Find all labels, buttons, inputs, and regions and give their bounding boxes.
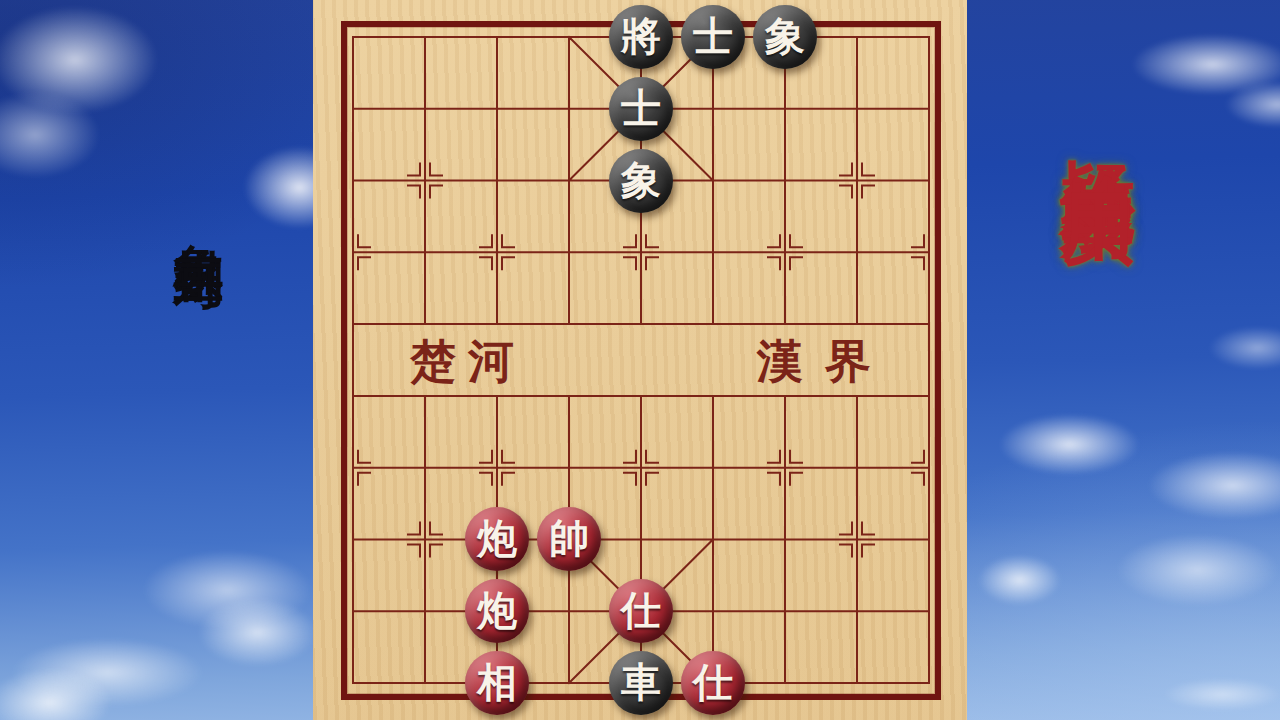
cloud xyxy=(962,545,1077,615)
piece-black-elephant[interactable]: 象 xyxy=(753,5,817,69)
piece-black-advisor[interactable]: 士 xyxy=(609,77,673,141)
piece-glyph: 仕 xyxy=(621,591,661,631)
piece-glyph: 仕 xyxy=(693,663,733,703)
board-panel: 楚河 漢界 將士象士象炮帥炮仕相車仕 xyxy=(313,0,967,720)
piece-black-chariot[interactable]: 車 xyxy=(609,651,673,715)
piece-red-cannon[interactable]: 炮 xyxy=(465,579,529,643)
piece-glyph: 炮 xyxy=(477,591,517,631)
piece-red-advisor[interactable]: 仕 xyxy=(609,579,673,643)
piece-black-general[interactable]: 將 xyxy=(609,5,673,69)
piece-red-general[interactable]: 帥 xyxy=(537,507,601,571)
scene: 象棋刘正哥 疑难绝妙实用 楚河 漢界 將士象士象炮帥炮仕相車仕 xyxy=(0,0,1280,720)
piece-glyph: 士 xyxy=(693,17,733,57)
piece-glyph: 炮 xyxy=(477,519,517,559)
piece-black-elephant[interactable]: 象 xyxy=(609,149,673,213)
piece-glyph: 象 xyxy=(765,17,805,57)
river-label-han: 漢界 xyxy=(757,331,893,393)
piece-red-elephant[interactable]: 相 xyxy=(465,651,529,715)
piece-glyph: 車 xyxy=(621,663,661,703)
piece-glyph: 象 xyxy=(621,161,661,201)
piece-red-advisor[interactable]: 仕 xyxy=(681,651,745,715)
piece-glyph: 帥 xyxy=(549,519,589,559)
right-watermark-text: 疑难绝妙实用 xyxy=(1048,100,1148,142)
piece-glyph: 士 xyxy=(621,89,661,129)
piece-glyph: 相 xyxy=(477,663,517,703)
piece-red-cannon[interactable]: 炮 xyxy=(465,507,529,571)
left-watermark-text: 象棋刘正哥 xyxy=(166,204,233,229)
piece-black-advisor[interactable]: 士 xyxy=(681,5,745,69)
river-label-chu: 楚河 xyxy=(410,331,526,393)
piece-glyph: 將 xyxy=(621,17,661,57)
